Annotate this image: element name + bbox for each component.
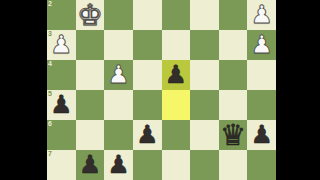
square-b3[interactable] xyxy=(219,30,248,60)
square-c2[interactable] xyxy=(190,0,219,30)
square-e3[interactable] xyxy=(133,30,162,60)
square-a7[interactable] xyxy=(247,150,276,180)
square-b4[interactable] xyxy=(219,60,248,90)
black-pawn-e6[interactable]: ♟ xyxy=(136,120,158,150)
black-pawn-a6[interactable]: ♟ xyxy=(250,120,272,150)
square-b6[interactable]: ♛ xyxy=(219,120,248,150)
rank-label-6: 6 xyxy=(48,120,52,128)
square-c3[interactable] xyxy=(190,30,219,60)
square-d6[interactable] xyxy=(162,120,191,150)
square-d2[interactable] xyxy=(162,0,191,30)
white-king-g2[interactable]: ♚ xyxy=(77,0,103,30)
square-h5[interactable]: 5♟ xyxy=(47,90,76,120)
square-e4[interactable] xyxy=(133,60,162,90)
black-pawn-h5[interactable]: ♟ xyxy=(50,90,72,120)
square-g3[interactable] xyxy=(76,30,105,60)
square-f4[interactable]: ♟ xyxy=(104,60,133,90)
square-c5[interactable] xyxy=(190,90,219,120)
square-a3[interactable]: ♟ xyxy=(247,30,276,60)
white-pawn-h3[interactable]: ♟ xyxy=(50,30,72,60)
black-queen-b6[interactable]: ♛ xyxy=(220,120,246,150)
black-pawn-g7[interactable]: ♟ xyxy=(79,150,101,180)
rank-label-2: 2 xyxy=(48,0,52,8)
rank-label-4: 4 xyxy=(48,60,52,68)
chessboard: 2♚♟3♟♟4♟♟5♟6♟♛♟7♟♟ xyxy=(47,0,276,180)
rank-label-7: 7 xyxy=(48,150,52,158)
square-g7[interactable]: ♟ xyxy=(76,150,105,180)
square-f2[interactable] xyxy=(104,0,133,30)
square-e5[interactable] xyxy=(133,90,162,120)
square-f6[interactable] xyxy=(104,120,133,150)
square-f5[interactable] xyxy=(104,90,133,120)
square-f7[interactable]: ♟ xyxy=(104,150,133,180)
square-c6[interactable] xyxy=(190,120,219,150)
white-pawn-f4[interactable]: ♟ xyxy=(107,60,129,90)
square-b2[interactable] xyxy=(219,0,248,30)
square-g4[interactable] xyxy=(76,60,105,90)
square-e7[interactable] xyxy=(133,150,162,180)
square-a5[interactable] xyxy=(247,90,276,120)
square-d7[interactable] xyxy=(162,150,191,180)
square-c7[interactable] xyxy=(190,150,219,180)
square-g2[interactable]: ♚ xyxy=(76,0,105,30)
square-a2[interactable]: ♟ xyxy=(247,0,276,30)
video-letterbox-stage: 2♚♟3♟♟4♟♟5♟6♟♛♟7♟♟ xyxy=(0,0,320,180)
square-h4[interactable]: 4 xyxy=(47,60,76,90)
square-a4[interactable] xyxy=(247,60,276,90)
square-d5[interactable] xyxy=(162,90,191,120)
square-h2[interactable]: 2 xyxy=(47,0,76,30)
square-f3[interactable] xyxy=(104,30,133,60)
black-pawn-d4[interactable]: ♟ xyxy=(165,60,187,90)
square-c4[interactable] xyxy=(190,60,219,90)
square-g6[interactable] xyxy=(76,120,105,150)
white-pawn-a2[interactable]: ♟ xyxy=(250,0,272,30)
square-h7[interactable]: 7 xyxy=(47,150,76,180)
black-pawn-f7[interactable]: ♟ xyxy=(107,150,129,180)
square-b5[interactable] xyxy=(219,90,248,120)
square-e6[interactable]: ♟ xyxy=(133,120,162,150)
square-d3[interactable] xyxy=(162,30,191,60)
square-h6[interactable]: 6 xyxy=(47,120,76,150)
square-d4[interactable]: ♟ xyxy=(162,60,191,90)
square-a6[interactable]: ♟ xyxy=(247,120,276,150)
square-b7[interactable] xyxy=(219,150,248,180)
square-h3[interactable]: 3♟ xyxy=(47,30,76,60)
square-g5[interactable] xyxy=(76,90,105,120)
square-e2[interactable] xyxy=(133,0,162,30)
white-pawn-a3[interactable]: ♟ xyxy=(250,30,272,60)
